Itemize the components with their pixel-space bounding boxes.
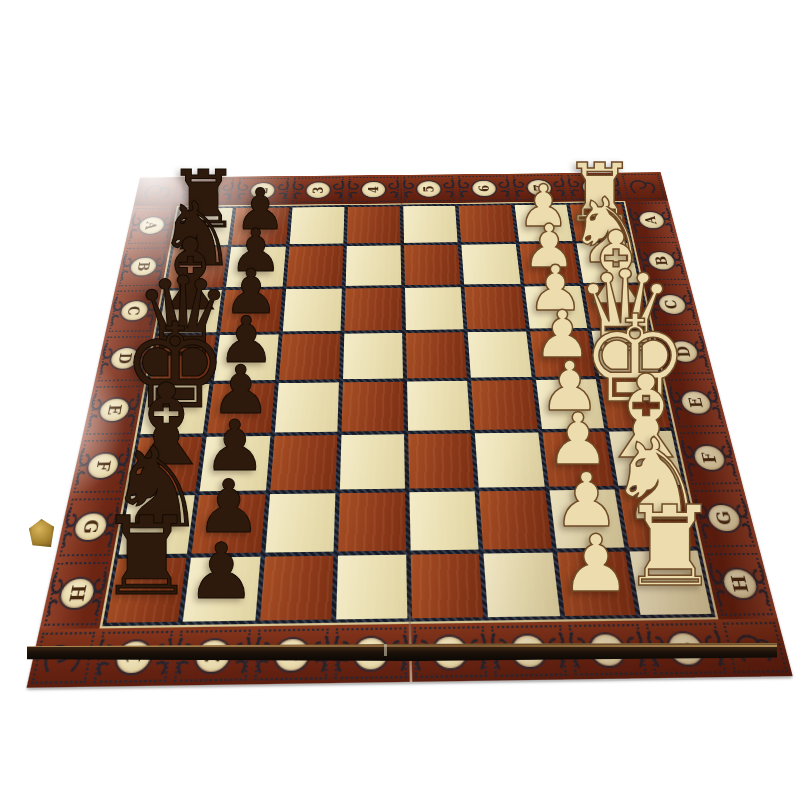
square-g4[interactable]: [338, 492, 406, 551]
coordinate-label: H: [65, 585, 88, 603]
square-d5[interactable]: [406, 332, 467, 378]
coordinate-label: C: [125, 306, 143, 316]
coordinate-label: F: [92, 460, 112, 471]
coordinate-label: H: [728, 575, 752, 592]
square-g2[interactable]: [192, 494, 265, 554]
coordinate-label: B: [652, 256, 670, 265]
coordinate-label: D: [115, 353, 134, 364]
square-b6[interactable]: [462, 244, 520, 284]
coord-cell-top_numbers-5: 5: [401, 174, 458, 203]
square-b7[interactable]: [519, 244, 579, 284]
square-g7[interactable]: [549, 489, 624, 548]
square-c1[interactable]: [158, 290, 222, 333]
square-c8[interactable]: [584, 285, 649, 328]
square-c5[interactable]: [405, 287, 464, 330]
coordinate-label: 7: [532, 184, 547, 191]
border-corner-top-right: [619, 172, 668, 201]
coordinate-label: 4: [366, 186, 381, 193]
coord-cell-left_letters-C: C: [105, 288, 162, 334]
square-e8[interactable]: [600, 378, 671, 428]
square-e3[interactable]: [274, 382, 338, 432]
square-c4[interactable]: [344, 288, 402, 331]
square-e5[interactable]: [407, 381, 471, 431]
square-e6[interactable]: [471, 380, 537, 430]
square-h8[interactable]: [629, 550, 711, 615]
coordinate-disc: 6: [472, 180, 496, 196]
square-c6[interactable]: [465, 286, 526, 329]
coordinate-label: 6: [477, 185, 492, 192]
square-d7[interactable]: [530, 331, 596, 377]
square-f1[interactable]: [130, 437, 203, 492]
coordinate-label: E: [104, 404, 124, 415]
square-g3[interactable]: [265, 493, 335, 553]
square-a3[interactable]: [289, 207, 344, 244]
coordinate-label: 2: [255, 187, 270, 194]
square-h2[interactable]: [183, 556, 260, 621]
coordinate-label: G: [79, 519, 101, 533]
square-d1[interactable]: [150, 335, 216, 382]
square-e7[interactable]: [536, 379, 604, 429]
square-e4[interactable]: [341, 382, 404, 432]
square-h5[interactable]: [411, 553, 484, 618]
photo-stage: 12345678 12345678 ABCDEFGH ABCDEFGH ♜♟♟♜…: [0, 0, 800, 800]
chess-board: 12345678 12345678 ABCDEFGH ABCDEFGH: [27, 172, 793, 688]
square-a6[interactable]: [459, 205, 515, 242]
brass-clasp: [29, 519, 54, 547]
square-f5[interactable]: [408, 434, 474, 488]
square-g5[interactable]: [409, 491, 478, 550]
square-a7[interactable]: [514, 205, 572, 242]
square-b8[interactable]: [576, 243, 638, 283]
square-a2[interactable]: [232, 208, 289, 245]
square-f7[interactable]: [542, 432, 614, 486]
square-h6[interactable]: [484, 552, 560, 617]
coordinate-disc: 5: [417, 181, 441, 197]
square-h4[interactable]: [336, 554, 408, 619]
square-c7[interactable]: [524, 286, 587, 329]
border-corner-top-left: [134, 177, 183, 206]
square-c3[interactable]: [282, 288, 341, 331]
coordinate-label: F: [699, 452, 720, 463]
square-b5[interactable]: [404, 245, 461, 285]
square-d3[interactable]: [278, 334, 340, 380]
square-a4[interactable]: [347, 206, 401, 243]
corner-ornament: [619, 172, 668, 201]
square-d6[interactable]: [468, 331, 531, 377]
board-front-edge: [27, 643, 777, 661]
square-g1[interactable]: [119, 495, 195, 555]
coordinate-label: 5: [421, 185, 436, 192]
coordinate-label: C: [663, 300, 681, 310]
square-e2[interactable]: [207, 383, 274, 433]
square-f6[interactable]: [475, 433, 544, 487]
square-e1[interactable]: [140, 384, 209, 434]
coordinate-label: D: [674, 346, 693, 357]
coordinate-label: A: [643, 216, 660, 224]
coordinate-label: A: [143, 221, 160, 229]
square-c2[interactable]: [220, 289, 282, 332]
square-b3[interactable]: [286, 246, 343, 286]
square-b4[interactable]: [345, 246, 401, 286]
square-f8[interactable]: [609, 431, 683, 485]
corner-ornament: [134, 177, 183, 206]
coordinate-label: 3: [311, 186, 326, 193]
coord-cell-top_numbers-7: 7: [510, 173, 569, 202]
coord-cell-top_numbers-8: 8: [564, 173, 625, 202]
coord-cell-top_numbers-2: 2: [233, 176, 292, 205]
coord-cell-top_numbers-4: 4: [345, 175, 401, 204]
coord-cell-top_numbers-3: 3: [289, 175, 346, 204]
square-b2[interactable]: [226, 247, 285, 287]
coordinate-label: G: [712, 511, 734, 525]
square-f2[interactable]: [200, 436, 270, 491]
square-h3[interactable]: [260, 555, 334, 620]
coord-cell-right_letters-A: A: [625, 201, 678, 241]
coord-cell-right_letters-B: B: [634, 240, 689, 283]
square-g6[interactable]: [479, 490, 551, 549]
coord-cell-left_letters-A: A: [125, 206, 177, 246]
coord-cell-top_numbers-6: 6: [455, 174, 513, 203]
square-d8[interactable]: [591, 330, 659, 376]
coordinate-label: B: [134, 262, 151, 272]
square-a5[interactable]: [403, 206, 458, 243]
square-f3[interactable]: [270, 435, 337, 490]
square-b1[interactable]: [167, 247, 228, 287]
square-f4[interactable]: [340, 434, 405, 489]
coord-cell-left_letters-B: B: [115, 245, 169, 288]
coordinate-label: 8: [587, 183, 603, 190]
coordinate-label: 1: [199, 188, 215, 195]
square-h1[interactable]: [106, 557, 186, 622]
square-d2[interactable]: [214, 334, 278, 381]
coordinate-label: E: [686, 397, 706, 408]
coord-cell-top_numbers-1: 1: [177, 177, 237, 206]
square-d4[interactable]: [343, 333, 403, 379]
coordinate-disc: 4: [362, 181, 385, 197]
square-h7[interactable]: [557, 551, 636, 616]
square-a8[interactable]: [570, 204, 630, 241]
square-g8[interactable]: [619, 488, 697, 547]
square-a1[interactable]: [174, 208, 233, 245]
